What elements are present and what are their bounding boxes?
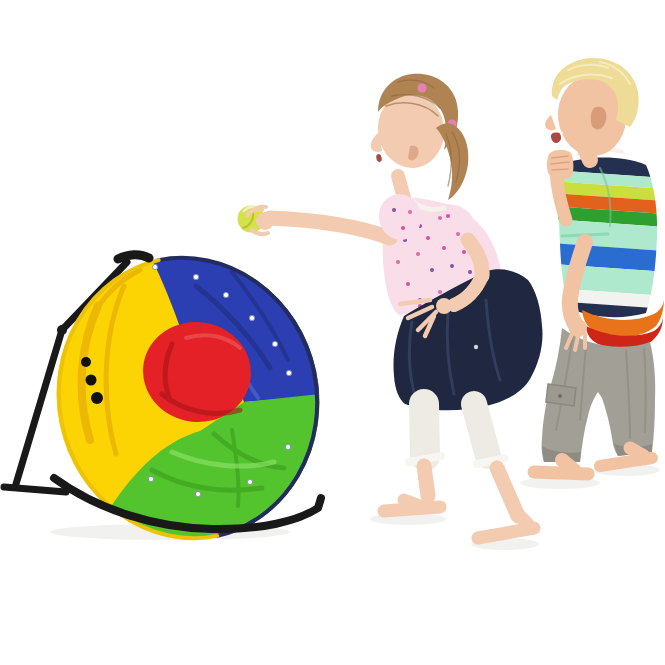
girl-mouth: [375, 153, 382, 162]
boy: [534, 58, 665, 474]
boy-head: [545, 58, 638, 159]
target-toy: [4, 240, 340, 565]
girl-throwing-arm: [270, 218, 390, 238]
girl-head: [371, 74, 469, 200]
boy-trousers: [542, 328, 656, 462]
girl-hair-bobble-top: [418, 84, 427, 93]
girl-back-leg: [474, 404, 534, 538]
girl-front-leg: [384, 404, 441, 511]
boy-nose: [545, 115, 556, 130]
target-top-clamp: [118, 255, 149, 259]
girl-skirt-button: [474, 345, 478, 349]
product-photo: Two young children playing with a foldin…: [0, 0, 665, 665]
